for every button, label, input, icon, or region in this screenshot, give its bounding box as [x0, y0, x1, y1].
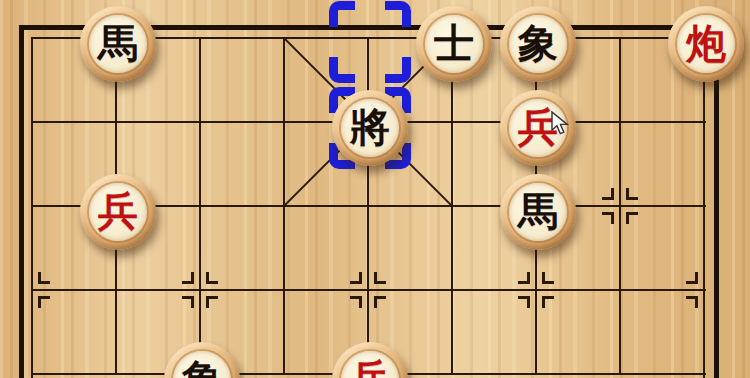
- xiangqi-game-screen: 馬士象炮將兵兵馬象兵: [0, 0, 750, 378]
- piece-black-advisor[interactable]: 士: [416, 6, 492, 82]
- point-marker: [182, 272, 194, 284]
- grid-file-line: [619, 37, 621, 375]
- piece-black-general[interactable]: 將: [332, 90, 408, 166]
- piece-face: 將: [341, 99, 399, 157]
- point-marker: [350, 296, 362, 308]
- piece-red-cannon[interactable]: 炮: [668, 6, 744, 82]
- grid-file-line: [199, 37, 201, 375]
- piece-glyph: 士: [434, 23, 474, 63]
- piece-red-soldier[interactable]: 兵: [80, 174, 156, 250]
- point-marker: [686, 272, 698, 284]
- move-target-marker[interactable]: [385, 1, 411, 27]
- point-marker: [206, 296, 218, 308]
- point-marker: [626, 212, 638, 224]
- piece-black-horse[interactable]: 馬: [80, 6, 156, 82]
- point-marker: [626, 188, 638, 200]
- point-marker: [182, 296, 194, 308]
- piece-glyph: 象: [182, 359, 222, 378]
- piece-glyph: 炮: [686, 23, 726, 63]
- move-target-marker[interactable]: [329, 1, 355, 27]
- point-marker: [38, 296, 50, 308]
- point-marker: [518, 296, 530, 308]
- piece-glyph: 象: [518, 23, 558, 63]
- piece-face: 炮: [677, 15, 735, 73]
- point-marker: [602, 188, 614, 200]
- mouse-cursor-icon: [551, 111, 573, 137]
- piece-glyph: 兵: [98, 191, 138, 231]
- grid-file-line: [31, 37, 33, 378]
- point-marker: [518, 272, 530, 284]
- piece-face: 馬: [89, 15, 147, 73]
- piece-face: 象: [173, 351, 231, 378]
- grid-file-line: [367, 37, 369, 375]
- piece-black-elephant[interactable]: 象: [500, 6, 576, 82]
- piece-glyph: 馬: [518, 191, 558, 231]
- piece-glyph: 兵: [350, 359, 390, 378]
- grid-rank-line: [32, 289, 706, 291]
- move-target-marker[interactable]: [329, 57, 355, 83]
- piece-face: 象: [509, 15, 567, 73]
- point-marker: [686, 296, 698, 308]
- piece-face: 馬: [509, 183, 567, 241]
- move-target-marker[interactable]: [385, 57, 411, 83]
- piece-face: 兵: [89, 183, 147, 241]
- point-marker: [542, 272, 554, 284]
- point-marker: [350, 272, 362, 284]
- piece-glyph: 馬: [98, 23, 138, 63]
- piece-face: 兵: [341, 351, 399, 378]
- piece-black-horse[interactable]: 馬: [500, 174, 576, 250]
- piece-glyph: 將: [350, 107, 390, 147]
- point-marker: [38, 272, 50, 284]
- point-marker: [542, 296, 554, 308]
- point-marker: [374, 272, 386, 284]
- piece-face: 士: [425, 15, 483, 73]
- point-marker: [374, 296, 386, 308]
- point-marker: [602, 212, 614, 224]
- point-marker: [206, 272, 218, 284]
- grid-file-line: [703, 37, 705, 378]
